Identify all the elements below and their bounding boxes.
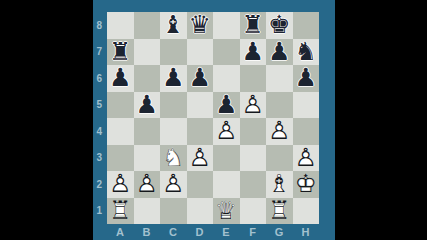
square-g5[interactable] — [266, 92, 293, 119]
square-a2[interactable]: ♟♙ — [107, 171, 134, 198]
square-g3[interactable] — [266, 145, 293, 172]
square-b4[interactable] — [134, 118, 161, 145]
square-c6[interactable]: ♟ — [160, 65, 187, 92]
square-g7[interactable]: ♟ — [266, 39, 293, 66]
square-c8[interactable]: ♝ — [160, 12, 187, 39]
rank-labels: 87654321 — [93, 12, 106, 224]
white-pawn-icon: ♟♙ — [240, 92, 267, 119]
square-h4[interactable] — [293, 118, 320, 145]
square-d6[interactable]: ♟ — [187, 65, 214, 92]
square-h2[interactable]: ♚♔ — [293, 171, 320, 198]
square-b2[interactable]: ♟♙ — [134, 171, 161, 198]
square-g4[interactable]: ♟♙ — [266, 118, 293, 145]
square-a3[interactable] — [107, 145, 134, 172]
black-pawn-icon: ♟ — [134, 92, 161, 119]
square-h5[interactable] — [293, 92, 320, 119]
file-label-c: C — [160, 224, 187, 240]
square-a4[interactable] — [107, 118, 134, 145]
black-pawn-icon: ♟ — [293, 65, 320, 92]
white-rook-icon: ♜♖ — [107, 198, 134, 225]
square-e3[interactable] — [213, 145, 240, 172]
file-label-b: B — [134, 224, 161, 240]
black-rook-icon: ♜ — [240, 12, 267, 39]
letterbox-left — [0, 0, 93, 240]
square-g6[interactable] — [266, 65, 293, 92]
white-pawn-icon: ♟♙ — [160, 171, 187, 198]
square-d4[interactable] — [187, 118, 214, 145]
square-g1[interactable]: ♜♖ — [266, 198, 293, 225]
white-pawn-icon: ♟♙ — [187, 145, 214, 172]
rank-label-4: 4 — [93, 118, 106, 145]
square-a7[interactable]: ♜ — [107, 39, 134, 66]
square-h8[interactable] — [293, 12, 320, 39]
square-c7[interactable] — [160, 39, 187, 66]
file-label-e: E — [213, 224, 240, 240]
square-f1[interactable] — [240, 198, 267, 225]
square-a8[interactable] — [107, 12, 134, 39]
square-h7[interactable]: ♞ — [293, 39, 320, 66]
white-pawn-icon: ♟♙ — [293, 145, 320, 172]
square-a5[interactable] — [107, 92, 134, 119]
black-queen-icon: ♛ — [187, 12, 214, 39]
black-pawn-icon: ♟ — [187, 65, 214, 92]
letterbox-right — [335, 0, 427, 240]
square-h1[interactable] — [293, 198, 320, 225]
square-b3[interactable] — [134, 145, 161, 172]
square-e2[interactable] — [213, 171, 240, 198]
square-c2[interactable]: ♟♙ — [160, 171, 187, 198]
square-d3[interactable]: ♟♙ — [187, 145, 214, 172]
black-bishop-icon: ♝ — [160, 12, 187, 39]
square-e5[interactable]: ♟ — [213, 92, 240, 119]
white-rook-icon: ♜♖ — [266, 198, 293, 225]
white-king-icon: ♚♔ — [293, 171, 320, 198]
square-b8[interactable] — [134, 12, 161, 39]
square-g8[interactable]: ♚ — [266, 12, 293, 39]
file-label-a: A — [107, 224, 134, 240]
square-a6[interactable]: ♟ — [107, 65, 134, 92]
square-c1[interactable] — [160, 198, 187, 225]
white-bishop-icon: ♝♗ — [266, 171, 293, 198]
square-d1[interactable] — [187, 198, 214, 225]
square-f6[interactable] — [240, 65, 267, 92]
square-e1[interactable]: ♛♕ — [213, 198, 240, 225]
square-c5[interactable] — [160, 92, 187, 119]
board-panel: 87654321 ♝♛♜♚♜♟♟♞♟♟♟♟♟♟♟♙♟♙♟♙♞♘♟♙♟♙♟♙♟♙♟… — [93, 0, 335, 240]
white-pawn-icon: ♟♙ — [107, 171, 134, 198]
square-h3[interactable]: ♟♙ — [293, 145, 320, 172]
file-labels: ABCDEFGH — [107, 224, 319, 240]
square-g2[interactable]: ♝♗ — [266, 171, 293, 198]
square-d8[interactable]: ♛ — [187, 12, 214, 39]
black-king-icon: ♚ — [266, 12, 293, 39]
rank-label-5: 5 — [93, 92, 106, 119]
black-pawn-icon: ♟ — [160, 65, 187, 92]
square-b7[interactable] — [134, 39, 161, 66]
black-knight-icon: ♞ — [293, 39, 320, 66]
white-knight-icon: ♞♘ — [160, 145, 187, 172]
square-c3[interactable]: ♞♘ — [160, 145, 187, 172]
chess-board: ♝♛♜♚♜♟♟♞♟♟♟♟♟♟♟♙♟♙♟♙♞♘♟♙♟♙♟♙♟♙♟♙♝♗♚♔♜♖♛♕… — [107, 12, 319, 224]
black-pawn-icon: ♟ — [266, 39, 293, 66]
file-label-g: G — [266, 224, 293, 240]
square-c4[interactable] — [160, 118, 187, 145]
square-e4[interactable]: ♟♙ — [213, 118, 240, 145]
black-pawn-icon: ♟ — [107, 65, 134, 92]
square-e8[interactable] — [213, 12, 240, 39]
file-label-f: F — [240, 224, 267, 240]
square-f7[interactable]: ♟ — [240, 39, 267, 66]
square-d7[interactable] — [187, 39, 214, 66]
square-b1[interactable] — [134, 198, 161, 225]
rank-label-8: 8 — [93, 12, 106, 39]
white-pawn-icon: ♟♙ — [266, 118, 293, 145]
square-f3[interactable] — [240, 145, 267, 172]
square-f2[interactable] — [240, 171, 267, 198]
square-f5[interactable]: ♟♙ — [240, 92, 267, 119]
white-queen-icon: ♛♕ — [213, 198, 240, 225]
white-pawn-icon: ♟♙ — [213, 118, 240, 145]
square-d2[interactable] — [187, 171, 214, 198]
square-f8[interactable]: ♜ — [240, 12, 267, 39]
square-e6[interactable] — [213, 65, 240, 92]
file-label-h: H — [293, 224, 320, 240]
black-pawn-icon: ♟ — [240, 39, 267, 66]
rank-label-3: 3 — [93, 145, 106, 172]
black-rook-icon: ♜ — [107, 39, 134, 66]
square-a1[interactable]: ♜♖ — [107, 198, 134, 225]
rank-label-7: 7 — [93, 39, 106, 66]
square-b6[interactable] — [134, 65, 161, 92]
rank-label-2: 2 — [93, 171, 106, 198]
square-f4[interactable] — [240, 118, 267, 145]
square-d5[interactable] — [187, 92, 214, 119]
white-pawn-icon: ♟♙ — [134, 171, 161, 198]
file-label-d: D — [187, 224, 214, 240]
rank-label-6: 6 — [93, 65, 106, 92]
square-h6[interactable]: ♟ — [293, 65, 320, 92]
black-pawn-icon: ♟ — [213, 92, 240, 119]
square-b5[interactable]: ♟ — [134, 92, 161, 119]
square-e7[interactable] — [213, 39, 240, 66]
rank-label-1: 1 — [93, 198, 106, 225]
